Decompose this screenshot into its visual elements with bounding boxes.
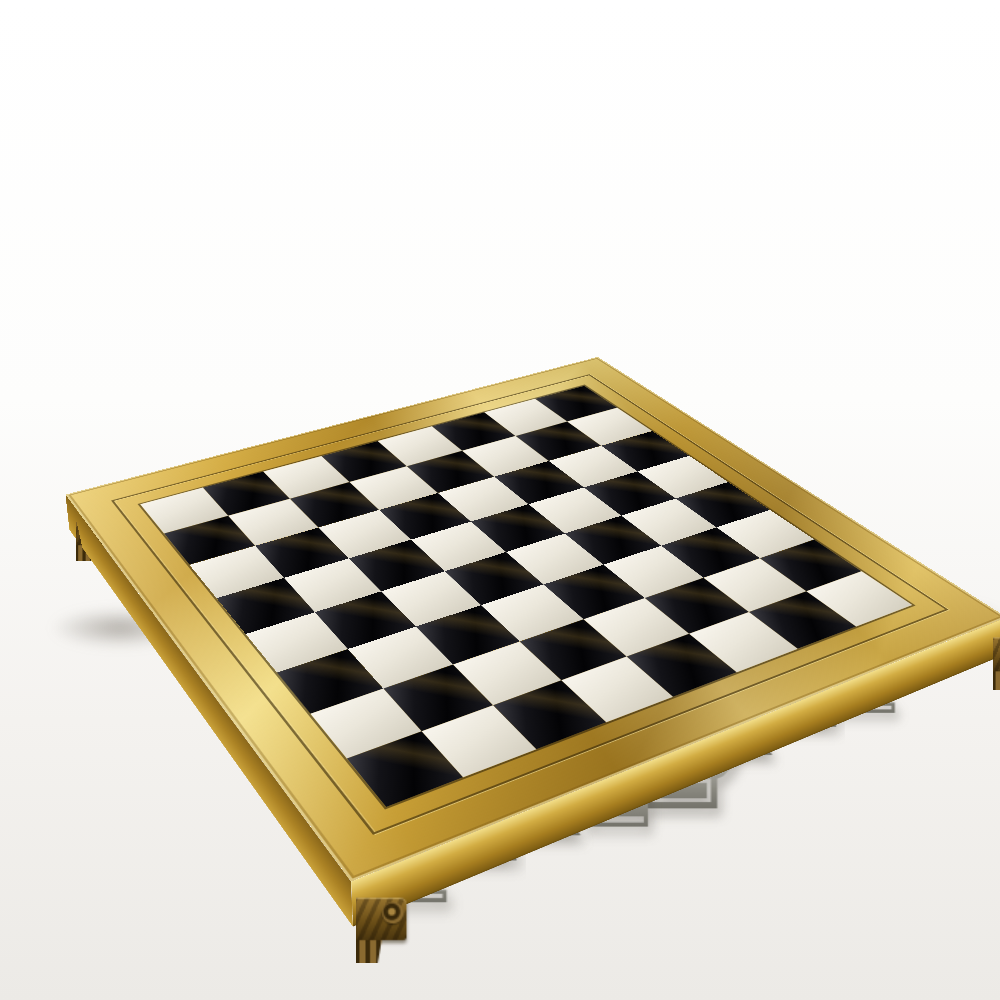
scene: ♜♞♝♛♚♝♞♜♟♟♟♟♟♟♟♟♟♟♟♟♟♟♟♟♜♞♝♛♚♝♞♜ xyxy=(0,0,1000,1000)
volute-icon xyxy=(309,902,330,923)
volute-icon xyxy=(43,518,58,533)
foot-stem xyxy=(328,940,386,986)
foot-stem xyxy=(970,671,1000,707)
ionic-capital-icon xyxy=(306,898,406,941)
volute-icon xyxy=(382,902,403,923)
chess-board: ♜♞♝♛♚♝♞♜♟♟♟♟♟♟♟♟♟♟♟♟♟♟♟♟♜♞♝♛♚♝♞♜ xyxy=(65,357,1000,882)
photo-background: ♜♞♝♛♚♝♞♜♟♟♟♟♟♟♟♟♟♟♟♟♟♟♟♟♜♞♝♛♚♝♞♜ xyxy=(0,0,1000,1000)
